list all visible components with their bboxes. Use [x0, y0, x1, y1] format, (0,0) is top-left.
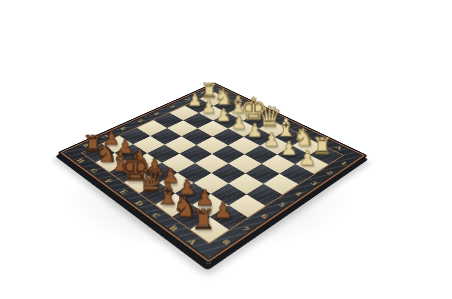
photo-canvas: HGFEDCBA HGFEDCBA 12345678 12345678 ♜♞♝♚… — [0, 0, 452, 299]
piece-white-pawn-b2: ♟ — [280, 139, 297, 158]
piece-white-pawn-f2: ♟ — [215, 106, 231, 124]
piece-black-rook-a8: ♜ — [191, 206, 216, 234]
piece-white-pawn-a2: ♟ — [298, 148, 316, 168]
piece-white-pawn-d2: ♟ — [246, 121, 262, 139]
board-scene: HGFEDCBA HGFEDCBA 12345678 12345678 ♜♞♝♚… — [102, 44, 322, 264]
chess-board: HGFEDCBA HGFEDCBA 12345678 12345678 ♜♞♝♚… — [57, 82, 368, 264]
piece-white-pawn-h2: ♟ — [187, 91, 202, 108]
piece-white-pawn-e2: ♟ — [230, 113, 246, 131]
piece-white-pawn-c2: ♟ — [263, 130, 280, 149]
piece-white-pawn-g2: ♟ — [201, 98, 216, 115]
board-squares: ♜♞♝♚♛♝♞♜♟♟♟♟♟♟♟♟♟♟♟♟♟♟♟♟♜♞♝♚♛♝♞♜ — [81, 92, 344, 244]
